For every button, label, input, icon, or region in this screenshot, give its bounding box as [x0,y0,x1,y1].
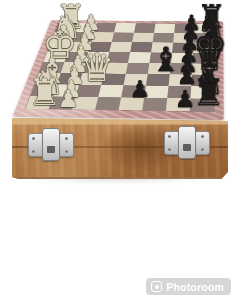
board-square [151,42,173,52]
board-square [134,23,155,32]
photoroom-watermark: Photoroom [146,278,231,295]
board-square [171,53,193,64]
board-square [149,52,172,63]
board-square [85,52,109,63]
board-square [170,63,193,74]
board-square [190,98,214,111]
board-square [174,24,195,33]
board-square [191,75,214,87]
screw [65,137,68,140]
latch-slot [183,144,191,151]
board-square [132,33,154,43]
product-photo: ♜♞♝♚♝♞♜♟♟♟♟♟♟♟♟♛♟♝♟♟♟♟♟♟♟♜♞♚♛♝♞♜ Photoro… [0,0,234,299]
board-square [94,23,116,32]
board-square [167,86,191,99]
board-square [169,74,192,86]
board-square [109,42,132,52]
board-square [98,85,123,97]
board-grid [26,23,215,112]
board-square [128,52,151,63]
board-square [193,53,215,64]
board-square [91,32,114,42]
screw [168,148,171,151]
board-square [142,98,167,111]
board-square [172,43,194,53]
board-square [190,86,214,99]
screw [32,150,35,153]
latch-left [28,127,74,161]
board-square [126,63,150,74]
board-square [192,63,214,74]
board-square [95,97,121,110]
screw [65,150,68,153]
board-square [112,32,134,42]
screw [168,135,171,138]
screw [32,137,35,140]
chess-box-scene: ♜♞♝♚♝♞♜♟♟♟♟♟♟♟♟♛♟♝♟♟♟♟♟♟♟♜♞♚♛♝♞♜ [0,0,234,299]
board-square [124,74,148,86]
board-square [193,43,214,53]
board-square [107,52,130,63]
board-square [148,63,171,74]
latch-buckle [42,128,60,161]
board-square [75,85,101,97]
watermark-label: Photoroom [166,281,224,293]
board-square [72,97,98,110]
board-square [146,74,170,86]
board-square [114,23,136,32]
board-square [104,63,128,74]
chess-board [13,20,224,120]
board-square [173,33,194,43]
board-square [194,33,215,43]
board-square [119,97,145,110]
board-square [89,42,112,52]
latch-slot [47,146,55,153]
photoroom-logo-dot [155,285,159,289]
board-square [121,85,146,97]
board-square [144,86,168,99]
photoroom-logo-icon [151,281,162,292]
board-square [166,98,191,111]
latch-buckle [178,126,196,159]
board-square [153,33,175,43]
board-square [79,73,104,85]
board-square [130,42,152,52]
latch-right [164,125,210,159]
board-square [101,73,126,85]
wooden-box-front [12,116,228,179]
board-square [194,24,214,33]
screw [201,148,204,151]
board-square [82,62,106,73]
board-square [154,24,175,33]
screw [201,135,204,138]
